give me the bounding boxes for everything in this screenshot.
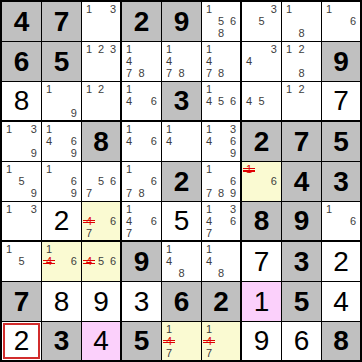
- pencil-marks: 34: [243, 43, 280, 80]
- cell-r8c6[interactable]: 2: [202, 282, 242, 322]
- candidate-1: 1: [83, 3, 95, 15]
- candidate-5: 5: [255, 15, 267, 27]
- candidate-4: 4: [203, 135, 215, 147]
- given-digit: 8: [93, 128, 109, 156]
- cell-r7c1[interactable]: 15: [2, 242, 42, 282]
- candidate-8: 8: [175, 68, 187, 80]
- candidate-3: 3: [227, 123, 239, 135]
- cell-r6c9[interactable]: 16: [322, 202, 360, 242]
- candidate-5: 5: [95, 175, 107, 187]
- pencil-marks: 15: [3, 243, 40, 280]
- candidate-1: 1: [83, 43, 95, 55]
- candidate-4: 4: [203, 95, 215, 107]
- pencil-marks: 147: [163, 323, 200, 359]
- user-digit: 8: [14, 87, 30, 115]
- pencil-marks: 19: [43, 83, 80, 119]
- cell-r8c3[interactable]: 9: [82, 282, 122, 322]
- pencil-marks: 1478: [123, 43, 160, 80]
- candidate-8: 8: [135, 68, 147, 80]
- candidate-6: 6: [107, 175, 119, 187]
- pencil-marks: 1568: [203, 3, 239, 40]
- given-digit: 5: [333, 128, 349, 156]
- candidate-7: 7: [83, 227, 95, 239]
- pencil-marks: 146: [123, 123, 160, 160]
- candidate-6: 6: [107, 255, 119, 267]
- cell-r3c2[interactable]: 19: [42, 82, 82, 122]
- candidate-1: 1: [203, 123, 215, 135]
- user-digit: 3: [134, 288, 150, 316]
- candidate-1: 1: [163, 43, 175, 55]
- candidate-6: 6: [227, 175, 239, 187]
- candidate-4: 4: [203, 215, 215, 227]
- candidate-1: 1: [203, 243, 215, 255]
- pencil-marks: 16: [243, 163, 280, 200]
- cell-r3c1[interactable]: 8: [2, 82, 42, 122]
- cell-r5c4[interactable]: 1678: [122, 162, 162, 202]
- cell-r3c3[interactable]: 12: [82, 82, 122, 122]
- candidate-1: 1: [123, 43, 135, 55]
- cell-r2c4[interactable]: 1478: [122, 42, 162, 82]
- candidate-2: 2: [295, 43, 307, 55]
- cell-r1c2[interactable]: 7: [42, 2, 82, 42]
- candidate-6: 6: [148, 175, 160, 187]
- candidate-1: 1: [323, 203, 335, 215]
- candidate-1: 1: [203, 3, 215, 15]
- user-digit: 8: [54, 288, 70, 316]
- given-digit: 3: [54, 327, 70, 355]
- candidate-9: 9: [28, 148, 40, 160]
- pencil-marks: 12: [83, 83, 119, 119]
- user-digit: 2: [333, 248, 349, 276]
- candidate-9: 9: [227, 188, 239, 200]
- cell-r6c4[interactable]: 1467: [122, 202, 162, 242]
- candidate-8: 8: [295, 28, 307, 40]
- pencil-marks: 1478: [203, 43, 239, 80]
- given-digit: 4: [14, 8, 30, 36]
- candidate-7: 7: [163, 347, 175, 359]
- cell-r2c9[interactable]: 9: [322, 42, 360, 82]
- candidate-5: 5: [95, 255, 107, 267]
- candidate-4-eliminated: 4: [203, 335, 215, 347]
- candidate-1: 1: [3, 163, 15, 175]
- pencil-marks: 13: [3, 203, 40, 239]
- cell-r2c1[interactable]: 6: [2, 42, 42, 82]
- given-digit: 9: [134, 248, 150, 276]
- candidate-1: 1: [43, 83, 55, 95]
- cell-r7c4[interactable]: 9: [122, 242, 162, 282]
- candidate-7: 7: [123, 68, 135, 80]
- candidate-4: 4: [203, 55, 215, 67]
- candidate-4-eliminated: 4: [43, 255, 55, 267]
- cell-r8c8[interactable]: 5: [282, 282, 322, 322]
- user-digit: 1: [254, 288, 270, 316]
- candidate-2: 2: [95, 83, 107, 95]
- user-digit: 7: [254, 248, 270, 276]
- candidate-3: 3: [28, 203, 40, 215]
- cell-r5c8[interactable]: 4: [282, 162, 322, 202]
- candidate-5: 5: [15, 175, 27, 187]
- cell-r9c3[interactable]: 4: [82, 322, 122, 360]
- candidate-7: 7: [83, 188, 95, 200]
- candidate-6: 6: [148, 95, 160, 107]
- candidate-1: 1: [83, 83, 95, 95]
- candidate-3: 3: [227, 203, 239, 215]
- cell-r7c6[interactable]: 148: [202, 242, 242, 282]
- cell-r8c5[interactable]: 6: [162, 282, 202, 322]
- candidate-2: 2: [295, 83, 307, 95]
- candidate-6: 6: [227, 135, 239, 147]
- candidate-1: 1: [123, 163, 135, 175]
- cell-r6c5[interactable]: 5: [162, 202, 202, 242]
- candidate-6: 6: [227, 215, 239, 227]
- cell-r9c8[interactable]: 6: [282, 322, 322, 360]
- cell-r6c8[interactable]: 9: [282, 202, 322, 242]
- cell-r3c9[interactable]: 7: [322, 82, 360, 122]
- given-digit: 3: [294, 248, 310, 276]
- candidate-4: 4: [243, 95, 255, 107]
- candidate-4-eliminated: 4: [163, 335, 175, 347]
- cell-r9c9[interactable]: 8: [322, 322, 360, 360]
- candidate-7: 7: [123, 188, 135, 200]
- pencil-marks: 18: [283, 3, 320, 40]
- cell-r4c9[interactable]: 5: [322, 122, 360, 162]
- given-digit: 5: [134, 327, 150, 355]
- cell-r3c8[interactable]: 12: [282, 82, 322, 122]
- candidate-4: 4: [43, 135, 55, 147]
- cell-r6c2[interactable]: 2: [42, 202, 82, 242]
- cell-r7c5[interactable]: 148: [162, 242, 202, 282]
- candidate-8: 8: [215, 68, 227, 80]
- cell-r9c2[interactable]: 3: [42, 322, 82, 360]
- candidate-1: 1: [3, 123, 15, 135]
- candidate-3: 3: [28, 123, 40, 135]
- candidate-9: 9: [28, 188, 40, 200]
- pencil-marks: 147: [203, 323, 239, 359]
- candidate-1: 1: [283, 43, 295, 55]
- pencil-marks: 35: [243, 3, 280, 40]
- candidate-6: 6: [148, 135, 160, 147]
- candidate-7: 7: [163, 68, 175, 80]
- pencil-marks: 16: [323, 3, 359, 40]
- cell-r6c6[interactable]: 13467: [202, 202, 242, 242]
- candidate-2: 2: [95, 43, 107, 55]
- candidate-1: 1: [283, 3, 295, 15]
- cell-r5c9[interactable]: 3: [322, 162, 360, 202]
- candidate-9: 9: [68, 148, 80, 160]
- pencil-marks: 13469: [203, 123, 239, 160]
- given-digit: 2: [254, 128, 270, 156]
- candidate-9: 9: [68, 188, 80, 200]
- candidate-7: 7: [203, 347, 215, 359]
- given-digit: 5: [294, 288, 310, 316]
- candidate-1: 1: [283, 83, 295, 95]
- candidate-1: 1: [323, 3, 335, 15]
- candidate-1: 1: [203, 323, 215, 335]
- candidate-4: 4: [123, 135, 135, 147]
- cell-r5c3[interactable]: 567: [82, 162, 122, 202]
- cell-r4c8[interactable]: 7: [282, 122, 322, 162]
- candidate-4: 4: [243, 55, 255, 67]
- cell-r3c7[interactable]: 45: [242, 82, 282, 122]
- user-digit: 4: [333, 288, 349, 316]
- candidate-3: 3: [107, 43, 119, 55]
- candidate-7: 7: [203, 227, 215, 239]
- cell-r9c7[interactable]: 9: [242, 322, 282, 360]
- candidate-3: 3: [268, 3, 280, 15]
- pencil-marks: 1478: [163, 43, 200, 80]
- given-digit: 2: [174, 168, 190, 196]
- given-digit: 9: [333, 48, 349, 76]
- cell-r7c8[interactable]: 3: [282, 242, 322, 282]
- candidate-1: 1: [203, 43, 215, 55]
- candidate-6: 6: [148, 215, 160, 227]
- cell-r8c4[interactable]: 3: [122, 282, 162, 322]
- candidate-4: 4: [123, 55, 135, 67]
- cell-r3c6[interactable]: 1456: [202, 82, 242, 122]
- pencil-marks: 1456: [203, 83, 239, 119]
- candidate-4: 4: [163, 255, 175, 267]
- candidate-8: 8: [215, 188, 227, 200]
- cell-r4c4[interactable]: 146: [122, 122, 162, 162]
- candidate-5: 5: [215, 95, 227, 107]
- pencil-marks: 123: [83, 43, 119, 80]
- pencil-marks: 1678: [123, 163, 160, 200]
- cell-r1c7[interactable]: 35: [242, 2, 282, 42]
- cell-r7c9[interactable]: 2: [322, 242, 360, 282]
- cell-r2c8[interactable]: 128: [282, 42, 322, 82]
- user-digit: 6: [294, 327, 310, 355]
- cell-r5c6[interactable]: 16789: [202, 162, 242, 202]
- candidate-4-eliminated: 4: [83, 215, 95, 227]
- pencil-marks: 14: [163, 123, 200, 160]
- cell-r8c1[interactable]: 7: [2, 282, 42, 322]
- pencil-marks: 13: [83, 3, 119, 40]
- user-digit: 9: [254, 327, 270, 355]
- cell-r1c8[interactable]: 18: [282, 2, 322, 42]
- user-digit: 5: [174, 207, 190, 235]
- cell-r2c2[interactable]: 5: [42, 42, 82, 82]
- candidate-8: 8: [175, 268, 187, 280]
- candidate-3: 3: [107, 3, 119, 15]
- candidate-5: 5: [15, 255, 27, 267]
- candidate-4: 4: [203, 255, 215, 267]
- user-digit: 4: [93, 327, 109, 355]
- cell-r9c4[interactable]: 5: [122, 322, 162, 360]
- candidate-7: 7: [203, 188, 215, 200]
- pencil-marks: 139: [3, 123, 40, 160]
- cell-r3c4[interactable]: 146: [122, 82, 162, 122]
- cell-r4c5[interactable]: 14: [162, 122, 202, 162]
- pencil-marks: 16: [323, 203, 359, 239]
- cell-r7c3[interactable]: 456: [82, 242, 122, 282]
- cell-r1c9[interactable]: 16: [322, 2, 360, 42]
- cell-r7c7[interactable]: 7: [242, 242, 282, 282]
- candidate-8: 8: [215, 268, 227, 280]
- pencil-marks: 12: [283, 83, 320, 119]
- given-digit: 2: [213, 288, 229, 316]
- candidate-1-eliminated: 1: [243, 163, 255, 175]
- given-digit: 8: [333, 327, 349, 355]
- candidate-1: 1: [43, 163, 55, 175]
- pencil-marks: 13467: [203, 203, 239, 239]
- cell-r6c7[interactable]: 8: [242, 202, 282, 242]
- cell-r8c7[interactable]: 1: [242, 282, 282, 322]
- user-digit: 2: [14, 327, 30, 355]
- given-digit: 2: [134, 8, 150, 36]
- cell-r4c1[interactable]: 139: [2, 122, 42, 162]
- candidate-1: 1: [203, 163, 215, 175]
- candidate-1: 1: [123, 203, 135, 215]
- candidate-1: 1: [123, 83, 135, 95]
- cell-r1c6[interactable]: 1568: [202, 2, 242, 42]
- candidate-7: 7: [123, 227, 135, 239]
- pencil-marks: 146: [43, 243, 80, 280]
- pencil-marks: 146: [123, 83, 160, 119]
- cell-r8c2[interactable]: 8: [42, 282, 82, 322]
- candidate-1: 1: [43, 243, 55, 255]
- pencil-marks: 128: [283, 43, 320, 80]
- candidate-9: 9: [227, 148, 239, 160]
- cell-r4c6[interactable]: 13469: [202, 122, 242, 162]
- candidate-1: 1: [163, 243, 175, 255]
- given-digit: 4: [294, 168, 310, 196]
- cell-r9c5[interactable]: 147: [162, 322, 202, 360]
- user-digit: 7: [333, 87, 349, 115]
- given-digit: 8: [254, 207, 270, 235]
- given-digit: 6: [174, 288, 190, 316]
- cell-r6c3[interactable]: 467: [82, 202, 122, 242]
- candidate-8: 8: [295, 68, 307, 80]
- pencil-marks: 567: [83, 163, 119, 200]
- candidate-6: 6: [107, 215, 119, 227]
- cell-r1c1[interactable]: 4: [2, 2, 42, 42]
- candidate-8: 8: [135, 188, 147, 200]
- user-digit: 9: [93, 288, 109, 316]
- pencil-marks: 148: [203, 243, 239, 280]
- candidate-1: 1: [163, 123, 175, 135]
- cell-r1c5[interactable]: 9: [162, 2, 202, 42]
- given-digit: 5: [54, 48, 70, 76]
- candidate-4-eliminated: 4: [83, 255, 95, 267]
- cell-r5c7[interactable]: 16: [242, 162, 282, 202]
- candidate-1: 1: [123, 123, 135, 135]
- given-digit: 9: [294, 207, 310, 235]
- candidate-5: 5: [255, 95, 267, 107]
- candidate-5: 5: [215, 15, 227, 27]
- pencil-marks: 1469: [43, 123, 80, 160]
- candidate-8: 8: [215, 28, 227, 40]
- given-digit: 3: [174, 87, 190, 115]
- given-digit: 7: [294, 128, 310, 156]
- given-digit: 9: [174, 8, 190, 36]
- candidate-6: 6: [68, 255, 80, 267]
- candidate-6: 6: [347, 215, 359, 227]
- candidate-1: 1: [163, 323, 175, 335]
- cell-r4c3[interactable]: 8: [82, 122, 122, 162]
- pencil-marks: 1467: [123, 203, 160, 239]
- candidate-6: 6: [227, 95, 239, 107]
- candidate-4: 4: [123, 95, 135, 107]
- candidate-1: 1: [3, 203, 15, 215]
- cell-r1c3[interactable]: 13: [82, 2, 122, 42]
- cell-r1c4[interactable]: 2: [122, 2, 162, 42]
- cell-r2c3[interactable]: 123: [82, 42, 122, 82]
- pencil-marks: 45: [243, 83, 280, 119]
- candidate-1: 1: [203, 83, 215, 95]
- cell-r4c2[interactable]: 1469: [42, 122, 82, 162]
- candidate-6: 6: [268, 175, 280, 187]
- cell-r3c5[interactable]: 3: [162, 82, 202, 122]
- given-digit: 6: [14, 48, 30, 76]
- candidate-4: 4: [163, 55, 175, 67]
- cell-r8c9[interactable]: 4: [322, 282, 360, 322]
- user-digit: 2: [54, 207, 70, 235]
- candidate-7: 7: [203, 68, 215, 80]
- given-digit: 7: [14, 288, 30, 316]
- pencil-marks: 148: [163, 243, 200, 280]
- pencil-marks: 16789: [203, 163, 239, 200]
- cell-r2c5[interactable]: 1478: [162, 42, 202, 82]
- cell-r9c1[interactable]: 2: [2, 322, 42, 360]
- pencil-marks: 159: [3, 163, 40, 200]
- candidate-1: 1: [43, 123, 55, 135]
- candidate-6: 6: [68, 175, 80, 187]
- pencil-marks: 467: [83, 203, 119, 239]
- sudoku-board: 4713291568351816651231478147814783412898…: [0, 0, 362, 362]
- candidate-9: 9: [68, 107, 80, 119]
- candidate-3: 3: [268, 43, 280, 55]
- candidate-6: 6: [68, 135, 80, 147]
- cell-r5c5[interactable]: 2: [162, 162, 202, 202]
- candidate-4: 4: [123, 215, 135, 227]
- pencil-marks: 169: [43, 163, 80, 200]
- cell-r2c7[interactable]: 34: [242, 42, 282, 82]
- given-digit: 3: [333, 168, 349, 196]
- cell-r5c2[interactable]: 169: [42, 162, 82, 202]
- cell-r9c6[interactable]: 147: [202, 322, 242, 360]
- cell-r6c1[interactable]: 13: [2, 202, 42, 242]
- candidate-1: 1: [203, 203, 215, 215]
- cell-r4c7[interactable]: 2: [242, 122, 282, 162]
- cell-r5c1[interactable]: 159: [2, 162, 42, 202]
- candidate-6: 6: [347, 15, 359, 27]
- given-digit: 7: [54, 8, 70, 36]
- candidate-6: 6: [227, 15, 239, 27]
- candidate-4: 4: [163, 135, 175, 147]
- cell-r2c6[interactable]: 1478: [202, 42, 242, 82]
- cell-r7c2[interactable]: 146: [42, 242, 82, 282]
- pencil-marks: 456: [83, 243, 119, 280]
- candidate-1: 1: [3, 243, 15, 255]
